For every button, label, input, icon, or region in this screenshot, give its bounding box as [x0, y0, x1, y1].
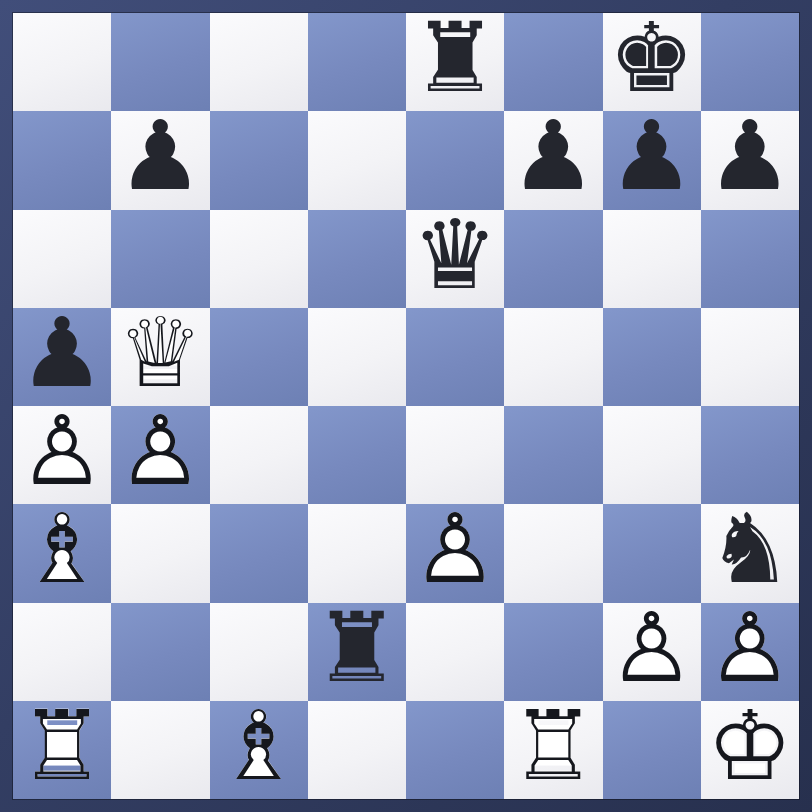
square-g2[interactable]: ♟♙: [603, 603, 701, 701]
chess-board: ♜♚♟♟♟♟♛♟♛♕♟♙♟♙♝♗♟♙♞♜♟♙♟♙♜♖♝♗♜♖♚♔: [13, 13, 799, 799]
square-b2[interactable]: [111, 603, 209, 701]
piece-white-bishop[interactable]: ♝♗: [210, 701, 308, 799]
square-c6[interactable]: [210, 210, 308, 308]
square-h5[interactable]: [701, 308, 799, 406]
square-e1[interactable]: [406, 701, 504, 799]
white-piece-outline-glyph: ♙: [609, 600, 695, 696]
square-d7[interactable]: [308, 111, 406, 209]
piece-black-pawn[interactable]: ♟: [701, 111, 799, 209]
square-e4[interactable]: [406, 406, 504, 504]
square-d6[interactable]: [308, 210, 406, 308]
square-g7[interactable]: ♟: [603, 111, 701, 209]
piece-white-pawn[interactable]: ♟♙: [603, 603, 701, 701]
square-g5[interactable]: [603, 308, 701, 406]
white-piece-outline-glyph: ♙: [117, 403, 203, 499]
piece-black-pawn[interactable]: ♟: [13, 308, 111, 406]
square-e7[interactable]: [406, 111, 504, 209]
black-piece-glyph: ♛: [412, 207, 498, 303]
square-b3[interactable]: [111, 504, 209, 602]
square-a1[interactable]: ♜♖: [13, 701, 111, 799]
black-piece-glyph: ♟: [117, 109, 203, 205]
black-piece-glyph: ♟: [19, 305, 105, 401]
white-piece-outline-glyph: ♗: [216, 698, 302, 794]
white-piece-outline-glyph: ♕: [117, 305, 203, 401]
square-h3[interactable]: ♞: [701, 504, 799, 602]
square-b1[interactable]: [111, 701, 209, 799]
square-e6[interactable]: ♛: [406, 210, 504, 308]
black-piece-glyph: ♜: [412, 10, 498, 106]
square-d5[interactable]: [308, 308, 406, 406]
black-piece-glyph: ♟: [609, 109, 695, 205]
square-h8[interactable]: [701, 13, 799, 111]
square-f6[interactable]: [504, 210, 602, 308]
black-piece-glyph: ♟: [510, 109, 596, 205]
square-b7[interactable]: ♟: [111, 111, 209, 209]
square-a5[interactable]: ♟: [13, 308, 111, 406]
square-h2[interactable]: ♟♙: [701, 603, 799, 701]
white-piece-outline-glyph: ♙: [19, 403, 105, 499]
square-f8[interactable]: [504, 13, 602, 111]
square-c2[interactable]: [210, 603, 308, 701]
square-h7[interactable]: ♟: [701, 111, 799, 209]
piece-black-pawn[interactable]: ♟: [111, 111, 209, 209]
square-e8[interactable]: ♜: [406, 13, 504, 111]
square-c4[interactable]: [210, 406, 308, 504]
square-f3[interactable]: [504, 504, 602, 602]
square-b8[interactable]: [111, 13, 209, 111]
white-piece-outline-glyph: ♖: [19, 698, 105, 794]
square-a6[interactable]: [13, 210, 111, 308]
piece-white-pawn[interactable]: ♟♙: [111, 406, 209, 504]
square-h4[interactable]: [701, 406, 799, 504]
piece-black-king[interactable]: ♚: [603, 13, 701, 111]
black-piece-glyph: ♟: [707, 109, 793, 205]
square-b4[interactable]: ♟♙: [111, 406, 209, 504]
square-h1[interactable]: ♚♔: [701, 701, 799, 799]
square-a4[interactable]: ♟♙: [13, 406, 111, 504]
piece-white-rook[interactable]: ♜♖: [504, 701, 602, 799]
square-d4[interactable]: [308, 406, 406, 504]
white-piece-outline-glyph: ♗: [19, 502, 105, 598]
square-e2[interactable]: [406, 603, 504, 701]
square-a7[interactable]: [13, 111, 111, 209]
piece-white-king[interactable]: ♚♔: [701, 701, 799, 799]
piece-black-pawn[interactable]: ♟: [504, 111, 602, 209]
white-piece-outline-glyph: ♖: [510, 698, 596, 794]
white-piece-outline-glyph: ♔: [707, 698, 793, 794]
square-a3[interactable]: ♝♗: [13, 504, 111, 602]
square-g8[interactable]: ♚: [603, 13, 701, 111]
white-piece-outline-glyph: ♙: [707, 600, 793, 696]
square-g1[interactable]: [603, 701, 701, 799]
piece-black-rook[interactable]: ♜: [406, 13, 504, 111]
square-c3[interactable]: [210, 504, 308, 602]
piece-white-pawn[interactable]: ♟♙: [701, 603, 799, 701]
square-b6[interactable]: [111, 210, 209, 308]
square-a2[interactable]: [13, 603, 111, 701]
square-b5[interactable]: ♛♕: [111, 308, 209, 406]
black-piece-glyph: ♜: [314, 600, 400, 696]
square-f4[interactable]: [504, 406, 602, 504]
piece-black-pawn[interactable]: ♟: [603, 111, 701, 209]
piece-black-rook[interactable]: ♜: [308, 603, 406, 701]
square-f7[interactable]: ♟: [504, 111, 602, 209]
square-f2[interactable]: [504, 603, 602, 701]
square-c8[interactable]: [210, 13, 308, 111]
square-d2[interactable]: ♜: [308, 603, 406, 701]
square-c5[interactable]: [210, 308, 308, 406]
piece-white-pawn[interactable]: ♟♙: [13, 406, 111, 504]
piece-white-pawn[interactable]: ♟♙: [406, 504, 504, 602]
square-e5[interactable]: [406, 308, 504, 406]
black-piece-glyph: ♞: [707, 502, 793, 598]
piece-black-queen[interactable]: ♛: [406, 210, 504, 308]
square-g3[interactable]: [603, 504, 701, 602]
chess-board-frame: ♜♚♟♟♟♟♛♟♛♕♟♙♟♙♝♗♟♙♞♜♟♙♟♙♜♖♝♗♜♖♚♔: [0, 0, 812, 812]
square-c1[interactable]: ♝♗: [210, 701, 308, 799]
square-a8[interactable]: [13, 13, 111, 111]
square-d8[interactable]: [308, 13, 406, 111]
piece-white-queen[interactable]: ♛♕: [111, 308, 209, 406]
square-c7[interactable]: [210, 111, 308, 209]
white-piece-outline-glyph: ♙: [412, 502, 498, 598]
piece-black-knight[interactable]: ♞: [701, 504, 799, 602]
square-f1[interactable]: ♜♖: [504, 701, 602, 799]
square-e3[interactable]: ♟♙: [406, 504, 504, 602]
square-g6[interactable]: [603, 210, 701, 308]
square-g4[interactable]: [603, 406, 701, 504]
piece-white-rook[interactable]: ♜♖: [13, 701, 111, 799]
square-d3[interactable]: [308, 504, 406, 602]
square-d1[interactable]: [308, 701, 406, 799]
piece-white-bishop[interactable]: ♝♗: [13, 504, 111, 602]
black-piece-glyph: ♚: [609, 10, 695, 106]
square-f5[interactable]: [504, 308, 602, 406]
square-h6[interactable]: [701, 210, 799, 308]
